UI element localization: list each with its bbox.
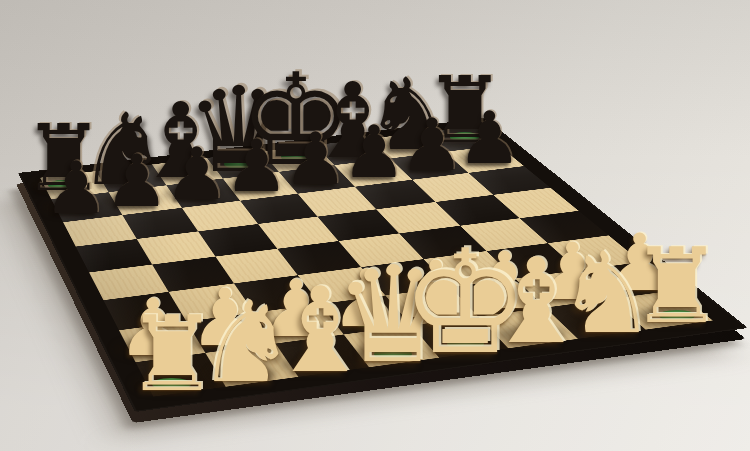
piece-white-rook-h1[interactable]: ♜ [625,235,729,339]
piece-black-pawn-h7[interactable]: ♟ [453,102,525,174]
chess-set-photo: ♜♞♝♛♚♝♞♜♟♟♟♟♟♟♟♟♟♟♟♟♟♟♟♟♜♞♝♛♚♝♞♜ [0,0,750,451]
pieces-layer: ♜♞♝♛♚♝♞♜♟♟♟♟♟♟♟♟♟♟♟♟♟♟♟♟♜♞♝♛♚♝♞♜ [0,0,750,451]
